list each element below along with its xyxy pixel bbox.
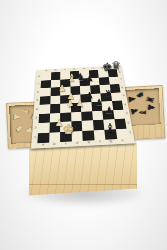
- piece-black-pawn[interactable]: ♟: [86, 74, 93, 82]
- piece-white-king[interactable]: ♚: [62, 123, 74, 137]
- piece-black-knight[interactable]: ♞: [76, 73, 85, 83]
- piece-white-pawn[interactable]: ♟: [58, 83, 65, 91]
- piece-white-pawn[interactable]: ♟: [76, 99, 84, 108]
- piece-black-queen[interactable]: ♛: [111, 62, 121, 73]
- piece-black-pawn[interactable]: ♟: [95, 98, 103, 107]
- piece-white-pawn[interactable]: ♟: [66, 100, 74, 109]
- piece-black-pawn[interactable]: ♟: [86, 90, 94, 99]
- product-photo: ♟♝♟♞♟♜ ♟♞♜♟♝♟ abcdefgh abcdefgh 87654321…: [0, 0, 167, 250]
- piece-black-bishop[interactable]: ♝: [105, 122, 116, 134]
- piece-black-pawn[interactable]: ♟: [105, 106, 113, 115]
- piece-white-bishop[interactable]: ♝: [67, 73, 76, 83]
- piece-black-rook[interactable]: ♜: [104, 88, 112, 97]
- piece-layer: ♚♛♝♞♟♟♟♟♜♟♟♟♟♟♚♝: [0, 0, 167, 250]
